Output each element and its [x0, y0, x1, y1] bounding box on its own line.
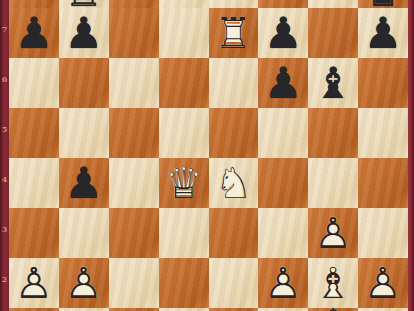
square-c7	[109, 8, 159, 58]
square-c5	[109, 108, 159, 158]
square-g7	[308, 8, 358, 58]
square-d5	[159, 108, 209, 158]
white-queen-d4: ♛♕	[159, 158, 209, 208]
board-left-border: 765432	[0, 0, 9, 311]
square-d3	[159, 208, 209, 258]
square-f2: ♟♙	[258, 258, 308, 308]
black-rook-b8: ♜	[59, 0, 109, 8]
white-piece-glyph: ♘	[209, 158, 259, 208]
white-piece-glyph: ♖	[209, 8, 259, 58]
square-b7: ♟	[59, 8, 109, 58]
black-pawn-b7: ♟	[59, 8, 109, 58]
square-h6	[358, 58, 408, 108]
black-pawn-a7: ♟	[9, 8, 59, 58]
white-bishop-g2: ♝♗	[308, 258, 358, 308]
black-piece-glyph: ♟	[358, 8, 408, 58]
square-h5	[358, 108, 408, 158]
square-h3	[358, 208, 408, 258]
white-piece-glyph: ♙	[308, 208, 358, 258]
chess-board: ♜♚♟♟♜♖♟♟♟♝♟♛♕♞♘♟♙♟♙♟♙♟♙♝♗♟♙♚♔	[9, 0, 408, 311]
chess-diagram: 765432 ♜♚♟♟♜♖♟♟♟♝♟♛♕♞♘♟♙♟♙♟♙♟♙♝♗♟♙♚♔	[0, 0, 414, 311]
square-f4	[258, 158, 308, 208]
white-rook-e7: ♜♖	[209, 8, 259, 58]
square-b2: ♟♙	[59, 258, 109, 308]
square-d7	[159, 8, 209, 58]
square-c3	[109, 208, 159, 258]
square-g3: ♟♙	[308, 208, 358, 258]
square-b5	[59, 108, 109, 158]
square-c8	[109, 0, 159, 8]
white-piece-glyph: ♙	[258, 258, 308, 308]
rank-label-5: 5	[0, 125, 9, 133]
black-piece-glyph: ♚	[358, 0, 408, 8]
white-pawn-a2: ♟♙	[9, 258, 59, 308]
square-g2: ♝♗	[308, 258, 358, 308]
square-e8	[209, 0, 259, 8]
square-a7: ♟	[9, 8, 59, 58]
rank-label-4: 4	[0, 175, 9, 183]
square-h8: ♚	[358, 0, 408, 8]
square-g5	[308, 108, 358, 158]
square-h7: ♟	[358, 8, 408, 58]
black-pawn-b4: ♟	[59, 158, 109, 208]
square-d4: ♛♕	[159, 158, 209, 208]
square-f5	[258, 108, 308, 158]
white-knight-e4: ♞♘	[209, 158, 259, 208]
square-g8	[308, 0, 358, 8]
white-pawn-g3: ♟♙	[308, 208, 358, 258]
square-c2	[109, 258, 159, 308]
black-piece-glyph: ♟	[59, 8, 109, 58]
square-d6	[159, 58, 209, 108]
rank-label-2: 2	[0, 275, 9, 283]
square-h2: ♟♙	[358, 258, 408, 308]
square-a4	[9, 158, 59, 208]
black-piece-glyph: ♝	[308, 58, 358, 108]
square-d2	[159, 258, 209, 308]
black-pawn-f7: ♟	[258, 8, 308, 58]
rank-label-6: 6	[0, 75, 9, 83]
white-piece-glyph: ♕	[159, 158, 209, 208]
white-pawn-h2: ♟♙	[358, 258, 408, 308]
square-e4: ♞♘	[209, 158, 259, 208]
board-right-border	[408, 0, 414, 311]
square-a3	[9, 208, 59, 258]
square-b3	[59, 208, 109, 258]
white-piece-glyph: ♙	[59, 258, 109, 308]
square-a6	[9, 58, 59, 108]
black-pawn-h7: ♟	[358, 8, 408, 58]
rank-label-7: 7	[0, 25, 9, 33]
white-piece-glyph: ♙	[9, 258, 59, 308]
white-pawn-f2: ♟♙	[258, 258, 308, 308]
square-e6	[209, 58, 259, 108]
square-e3	[209, 208, 259, 258]
square-f3	[258, 208, 308, 258]
square-a8	[9, 0, 59, 8]
square-a5	[9, 108, 59, 158]
square-b4: ♟	[59, 158, 109, 208]
black-bishop-g6: ♝	[308, 58, 358, 108]
rank-label-3: 3	[0, 225, 9, 233]
black-piece-glyph: ♟	[9, 8, 59, 58]
square-f7: ♟	[258, 8, 308, 58]
square-a2: ♟♙	[9, 258, 59, 308]
black-pawn-f6: ♟	[258, 58, 308, 108]
square-f8	[258, 0, 308, 8]
square-b6	[59, 58, 109, 108]
square-c4	[109, 158, 159, 208]
white-piece-glyph: ♗	[308, 258, 358, 308]
white-piece-glyph: ♙	[358, 258, 408, 308]
square-h4	[358, 158, 408, 208]
square-f6: ♟	[258, 58, 308, 108]
black-king-h8: ♚	[358, 0, 408, 8]
black-piece-glyph: ♟	[258, 8, 308, 58]
black-piece-glyph: ♟	[59, 158, 109, 208]
black-piece-glyph: ♜	[59, 0, 109, 8]
square-e7: ♜♖	[209, 8, 259, 58]
square-b8: ♜	[59, 0, 109, 8]
square-g6: ♝	[308, 58, 358, 108]
square-e2	[209, 258, 259, 308]
square-g4	[308, 158, 358, 208]
black-piece-glyph: ♟	[258, 58, 308, 108]
white-pawn-b2: ♟♙	[59, 258, 109, 308]
square-e5	[209, 108, 259, 158]
square-d8	[159, 0, 209, 8]
square-c6	[109, 58, 159, 108]
